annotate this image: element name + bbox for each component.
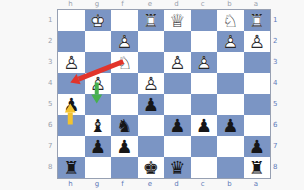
file-label-bottom-h: h — [68, 180, 72, 188]
square-g5[interactable] — [85, 94, 112, 115]
white-pawn-glyph-fill: ♟ — [217, 31, 244, 52]
square-d8[interactable]: ♛ — [164, 157, 191, 178]
rank-label-left-4: 4 — [48, 79, 52, 87]
rank-label-right-6: 6 — [273, 121, 277, 129]
rank-label-right-3: 3 — [273, 58, 277, 66]
square-a8[interactable]: ♜ — [244, 157, 271, 178]
piece-black-pawn: ♟ — [58, 94, 85, 115]
piece-black-king: ♚ — [138, 157, 165, 178]
square-c7[interactable] — [191, 136, 218, 157]
piece-white-rook: ♖ — [138, 10, 165, 31]
square-f2[interactable]: ♟♙ — [111, 31, 138, 52]
square-f6[interactable]: ♞ — [111, 115, 138, 136]
rank-label-right-1: 1 — [273, 16, 277, 24]
square-c4[interactable] — [191, 73, 218, 94]
white-pawn-glyph-fill: ♟ — [111, 31, 138, 52]
white-knight-glyph-fill: ♞ — [111, 52, 138, 73]
rank-label-left-8: 8 — [48, 163, 52, 171]
square-d5[interactable] — [164, 94, 191, 115]
piece-black-bishop: ♝ — [85, 115, 112, 136]
square-h7[interactable] — [58, 136, 85, 157]
square-c5[interactable] — [191, 94, 218, 115]
square-g2[interactable] — [85, 31, 112, 52]
square-g3[interactable] — [85, 52, 112, 73]
white-pawn-glyph-fill: ♟ — [164, 52, 191, 73]
rank-label-right-5: 5 — [273, 100, 277, 108]
square-e6[interactable] — [138, 115, 165, 136]
file-label-top-b: b — [227, 0, 231, 8]
square-d4[interactable] — [164, 73, 191, 94]
piece-black-pawn: ♟ — [217, 115, 244, 136]
square-g4[interactable]: ♟♙ — [85, 73, 112, 94]
rank-label-left-5: 5 — [48, 100, 52, 108]
square-a5[interactable] — [244, 94, 271, 115]
white-rook-glyph-fill: ♜ — [244, 10, 271, 31]
file-label-bottom-f: f — [121, 180, 123, 188]
square-a6[interactable] — [244, 115, 271, 136]
square-e2[interactable] — [138, 31, 165, 52]
piece-black-queen: ♛ — [164, 157, 191, 178]
square-b7[interactable] — [217, 136, 244, 157]
square-e7[interactable] — [138, 136, 165, 157]
square-h4[interactable] — [58, 73, 85, 94]
square-c2[interactable] — [191, 31, 218, 52]
square-d6[interactable]: ♟ — [164, 115, 191, 136]
square-h2[interactable] — [58, 31, 85, 52]
piece-white-pawn: ♙ — [58, 52, 85, 73]
rank-label-left-6: 6 — [48, 121, 52, 129]
white-pawn-glyph-fill: ♟ — [244, 31, 271, 52]
piece-black-pawn: ♟ — [85, 136, 112, 157]
square-c6[interactable]: ♟ — [191, 115, 218, 136]
piece-black-rook: ♜ — [58, 157, 85, 178]
square-c1[interactable] — [191, 10, 218, 31]
square-g8[interactable] — [85, 157, 112, 178]
file-label-top-f: f — [121, 0, 123, 8]
square-a7[interactable]: ♟ — [244, 136, 271, 157]
rank-label-left-2: 2 — [48, 37, 52, 45]
square-a3[interactable] — [244, 52, 271, 73]
square-e8[interactable]: ♚ — [138, 157, 165, 178]
chess-board[interactable]: ♚♔♜♖♛♕♞♘♜♖♟♙♟♙♟♙♟♙♞♘♟♙♟♙♟♙♟♙♟♟♝♞♟♟♟♟♟♟♜♚… — [57, 9, 271, 179]
piece-black-knight: ♞ — [111, 115, 138, 136]
rank-label-left-1: 1 — [48, 16, 52, 24]
square-e1[interactable]: ♜♖ — [138, 10, 165, 31]
piece-black-pawn: ♟ — [191, 115, 218, 136]
chess-diagram: ♚♔♜♖♛♕♞♘♜♖♟♙♟♙♟♙♟♙♞♘♟♙♟♙♟♙♟♙♟♟♝♞♟♟♟♟♟♟♜♚… — [0, 0, 304, 190]
square-g1[interactable]: ♚♔ — [85, 10, 112, 31]
square-a2[interactable]: ♟♙ — [244, 31, 271, 52]
square-d2[interactable] — [164, 31, 191, 52]
piece-white-pawn: ♙ — [191, 52, 218, 73]
piece-white-pawn: ♙ — [164, 52, 191, 73]
file-label-top-c: c — [201, 0, 205, 8]
square-f7[interactable]: ♟ — [111, 136, 138, 157]
square-f1[interactable] — [111, 10, 138, 31]
square-h5[interactable]: ♟ — [58, 94, 85, 115]
rank-label-right-7: 7 — [273, 142, 277, 150]
piece-black-rook: ♜ — [244, 157, 271, 178]
piece-white-rook: ♖ — [244, 10, 271, 31]
square-g7[interactable]: ♟ — [85, 136, 112, 157]
piece-white-pawn: ♙ — [85, 73, 112, 94]
square-e3[interactable] — [138, 52, 165, 73]
square-c8[interactable] — [191, 157, 218, 178]
square-b8[interactable] — [217, 157, 244, 178]
square-b4[interactable] — [217, 73, 244, 94]
square-b6[interactable]: ♟ — [217, 115, 244, 136]
square-b3[interactable] — [217, 52, 244, 73]
white-rook-glyph-fill: ♜ — [138, 10, 165, 31]
file-label-bottom-b: b — [227, 180, 231, 188]
square-b5[interactable] — [217, 94, 244, 115]
white-pawn-glyph-fill: ♟ — [191, 52, 218, 73]
piece-white-queen: ♕ — [164, 10, 191, 31]
square-g6[interactable]: ♝ — [85, 115, 112, 136]
file-label-bottom-a: a — [254, 180, 258, 188]
white-queen-glyph-fill: ♛ — [164, 10, 191, 31]
white-king-glyph-fill: ♚ — [85, 10, 112, 31]
square-f8[interactable] — [111, 157, 138, 178]
square-h3[interactable]: ♟♙ — [58, 52, 85, 73]
file-label-top-e: e — [148, 0, 152, 8]
rank-label-right-4: 4 — [273, 79, 277, 87]
file-label-bottom-d: d — [174, 180, 178, 188]
square-d7[interactable] — [164, 136, 191, 157]
white-knight-glyph-fill: ♞ — [217, 10, 244, 31]
square-b2[interactable]: ♟♙ — [217, 31, 244, 52]
square-d1[interactable]: ♛♕ — [164, 10, 191, 31]
piece-white-knight: ♘ — [217, 10, 244, 31]
piece-white-pawn: ♙ — [244, 31, 271, 52]
rank-label-right-8: 8 — [273, 163, 277, 171]
rank-label-left-7: 7 — [48, 142, 52, 150]
piece-black-pawn: ♟ — [164, 115, 191, 136]
square-c3[interactable]: ♟♙ — [191, 52, 218, 73]
square-a4[interactable] — [244, 73, 271, 94]
square-f4[interactable] — [111, 73, 138, 94]
piece-black-pawn: ♟ — [111, 136, 138, 157]
file-label-bottom-e: e — [148, 180, 152, 188]
square-h6[interactable] — [58, 115, 85, 136]
square-f3[interactable]: ♞♘ — [111, 52, 138, 73]
piece-white-pawn: ♙ — [111, 31, 138, 52]
square-b1[interactable]: ♞♘ — [217, 10, 244, 31]
white-pawn-glyph-fill: ♟ — [138, 73, 165, 94]
piece-white-pawn: ♙ — [138, 73, 165, 94]
file-label-top-g: g — [95, 0, 99, 8]
rank-label-left-3: 3 — [48, 58, 52, 66]
white-pawn-glyph-fill: ♟ — [58, 52, 85, 73]
square-d3[interactable]: ♟♙ — [164, 52, 191, 73]
piece-white-pawn: ♙ — [217, 31, 244, 52]
piece-black-pawn: ♟ — [138, 94, 165, 115]
file-label-top-d: d — [174, 0, 178, 8]
white-pawn-glyph-fill: ♟ — [85, 73, 112, 94]
square-h8[interactable]: ♜ — [58, 157, 85, 178]
piece-white-king: ♔ — [85, 10, 112, 31]
file-label-top-a: a — [254, 0, 258, 8]
file-label-bottom-c: c — [201, 180, 205, 188]
square-h1[interactable] — [58, 10, 85, 31]
square-f5[interactable] — [111, 94, 138, 115]
square-e4[interactable]: ♟♙ — [138, 73, 165, 94]
file-label-top-h: h — [68, 0, 72, 8]
rank-label-right-2: 2 — [273, 37, 277, 45]
piece-black-pawn: ♟ — [244, 136, 271, 157]
square-e5[interactable]: ♟ — [138, 94, 165, 115]
piece-white-knight: ♘ — [111, 52, 138, 73]
file-label-bottom-g: g — [95, 180, 99, 188]
square-a1[interactable]: ♜♖ — [244, 10, 271, 31]
